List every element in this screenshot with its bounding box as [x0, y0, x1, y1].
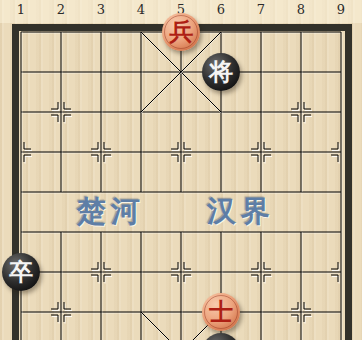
- piece-character: 兵: [169, 20, 193, 44]
- piece-black-general[interactable]: 将: [202, 53, 240, 91]
- piece-character: 士: [209, 300, 233, 324]
- piece-red-advisor[interactable]: 士: [202, 293, 240, 331]
- river-text-chu-river: 楚河: [77, 191, 145, 231]
- piece-character: 将: [209, 60, 233, 84]
- piece-black-soldier[interactable]: 卒: [2, 253, 40, 291]
- board-grid: [0, 0, 362, 340]
- xiangqi-board[interactable]: 楚河 汉界 兵将卒士 123456789: [0, 0, 362, 340]
- piece-character: 卒: [9, 260, 33, 284]
- piece-red-soldier[interactable]: 兵: [162, 13, 200, 51]
- river-text-han-border: 汉界: [207, 191, 275, 231]
